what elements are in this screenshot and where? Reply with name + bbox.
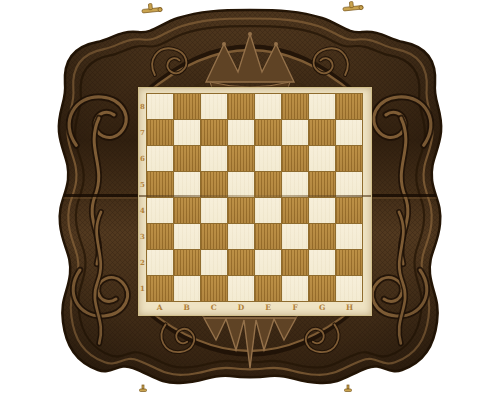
square-h1[interactable] xyxy=(336,276,362,301)
square-b5[interactable] xyxy=(174,172,200,197)
square-a8[interactable] xyxy=(147,94,173,119)
square-d5[interactable] xyxy=(228,172,254,197)
square-e2[interactable] xyxy=(255,250,281,275)
square-f5[interactable] xyxy=(282,172,308,197)
square-f4[interactable] xyxy=(282,198,308,223)
square-f2[interactable] xyxy=(282,250,308,275)
square-d8[interactable] xyxy=(228,94,254,119)
rank-labels: 87654321 xyxy=(139,93,146,302)
square-b7[interactable] xyxy=(174,120,200,145)
brass-foot-right xyxy=(345,385,352,392)
square-c7[interactable] xyxy=(201,120,227,145)
file-label-g: G xyxy=(309,302,336,314)
square-d7[interactable] xyxy=(228,120,254,145)
square-c5[interactable] xyxy=(201,172,227,197)
square-e3[interactable] xyxy=(255,224,281,249)
brass-clasp-left xyxy=(141,2,162,13)
rank-label-4: 4 xyxy=(139,198,146,224)
square-a2[interactable] xyxy=(147,250,173,275)
square-e5[interactable] xyxy=(255,172,281,197)
square-a1[interactable] xyxy=(147,276,173,301)
square-b6[interactable] xyxy=(174,146,200,171)
square-d6[interactable] xyxy=(228,146,254,171)
file-label-d: D xyxy=(227,302,254,314)
square-c2[interactable] xyxy=(201,250,227,275)
square-g1[interactable] xyxy=(309,276,335,301)
square-g3[interactable] xyxy=(309,224,335,249)
square-g4[interactable] xyxy=(309,198,335,223)
square-h7[interactable] xyxy=(336,120,362,145)
chess-case-photo: 87654321 ABCDEFGH xyxy=(0,0,500,400)
square-c8[interactable] xyxy=(201,94,227,119)
square-e4[interactable] xyxy=(255,198,281,223)
square-h6[interactable] xyxy=(336,146,362,171)
square-g5[interactable] xyxy=(309,172,335,197)
board-panel: 87654321 ABCDEFGH xyxy=(138,87,372,316)
square-d4[interactable] xyxy=(228,198,254,223)
square-h3[interactable] xyxy=(336,224,362,249)
file-label-h: H xyxy=(336,302,363,314)
square-a3[interactable] xyxy=(147,224,173,249)
square-g2[interactable] xyxy=(309,250,335,275)
square-b3[interactable] xyxy=(174,224,200,249)
square-b2[interactable] xyxy=(174,250,200,275)
file-label-f: F xyxy=(282,302,309,314)
rank-label-7: 7 xyxy=(139,119,146,145)
square-f3[interactable] xyxy=(282,224,308,249)
square-b1[interactable] xyxy=(174,276,200,301)
square-h4[interactable] xyxy=(336,198,362,223)
rank-label-5: 5 xyxy=(139,171,146,197)
square-e6[interactable] xyxy=(255,146,281,171)
square-b4[interactable] xyxy=(174,198,200,223)
rank-label-2: 2 xyxy=(139,250,146,276)
square-c3[interactable] xyxy=(201,224,227,249)
square-a4[interactable] xyxy=(147,198,173,223)
square-h8[interactable] xyxy=(336,94,362,119)
file-label-c: C xyxy=(200,302,227,314)
square-e1[interactable] xyxy=(255,276,281,301)
square-d2[interactable] xyxy=(228,250,254,275)
square-d3[interactable] xyxy=(228,224,254,249)
square-a7[interactable] xyxy=(147,120,173,145)
file-labels: ABCDEFGH xyxy=(146,302,363,314)
square-g8[interactable] xyxy=(309,94,335,119)
file-label-a: A xyxy=(146,302,173,314)
square-c4[interactable] xyxy=(201,198,227,223)
square-b8[interactable] xyxy=(174,94,200,119)
square-g7[interactable] xyxy=(309,120,335,145)
square-e8[interactable] xyxy=(255,94,281,119)
chess-board xyxy=(146,93,363,302)
square-d1[interactable] xyxy=(228,276,254,301)
panel-fold-seam xyxy=(139,195,371,197)
brass-foot-left xyxy=(140,385,147,392)
square-g6[interactable] xyxy=(309,146,335,171)
square-c1[interactable] xyxy=(201,276,227,301)
square-c6[interactable] xyxy=(201,146,227,171)
brass-clasp-right xyxy=(342,0,363,11)
rank-label-8: 8 xyxy=(139,93,146,119)
square-h2[interactable] xyxy=(336,250,362,275)
rank-label-6: 6 xyxy=(139,145,146,171)
square-h5[interactable] xyxy=(336,172,362,197)
square-f6[interactable] xyxy=(282,146,308,171)
square-e7[interactable] xyxy=(255,120,281,145)
rank-label-1: 1 xyxy=(139,276,146,302)
square-a5[interactable] xyxy=(147,172,173,197)
square-a6[interactable] xyxy=(147,146,173,171)
square-f1[interactable] xyxy=(282,276,308,301)
square-f7[interactable] xyxy=(282,120,308,145)
rank-label-3: 3 xyxy=(139,224,146,250)
file-label-e: E xyxy=(255,302,282,314)
square-f8[interactable] xyxy=(282,94,308,119)
file-label-b: B xyxy=(173,302,200,314)
